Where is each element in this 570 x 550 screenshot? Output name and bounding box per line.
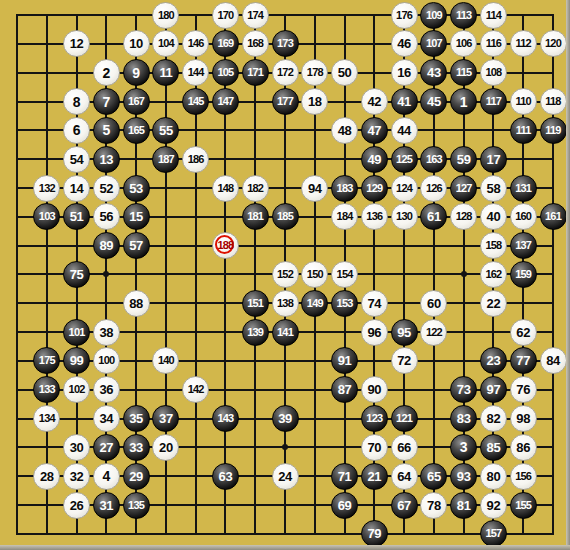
stone-140[interactable]: 140 (152, 347, 179, 374)
stone-7[interactable]: 7 (93, 88, 120, 115)
stone-53[interactable]: 53 (123, 175, 150, 202)
stone-number: 7 (102, 95, 110, 109)
stone-number: 183 (337, 183, 353, 194)
stone-number: 72 (397, 354, 411, 367)
stone-80[interactable]: 80 (480, 463, 507, 490)
stone-122[interactable]: 122 (420, 319, 447, 346)
stone-number: 37 (159, 412, 173, 425)
stone-49[interactable]: 49 (361, 146, 388, 173)
stone-number: 103 (39, 211, 55, 222)
stone-number: 127 (456, 183, 472, 194)
stone-number: 91 (338, 354, 352, 367)
stone-134[interactable]: 134 (33, 405, 60, 432)
star-point (461, 271, 467, 277)
stone-number: 157 (485, 528, 501, 539)
stone-92[interactable]: 92 (480, 492, 507, 519)
stone-number: 147 (217, 96, 233, 107)
stone-number: 184 (337, 211, 353, 222)
stone-132[interactable]: 132 (33, 175, 60, 202)
stone-number: 128 (456, 211, 472, 222)
stone-77[interactable]: 77 (510, 347, 537, 374)
stone-133[interactable]: 133 (33, 376, 60, 403)
stone-139[interactable]: 139 (242, 319, 269, 346)
stone-74[interactable]: 74 (361, 290, 388, 317)
stone-45[interactable]: 45 (420, 88, 447, 115)
stone-number: 118 (545, 96, 560, 107)
stone-number: 186 (188, 154, 204, 165)
stone-152[interactable]: 152 (272, 261, 299, 288)
stone-number: 149 (307, 298, 323, 309)
stone-number: 133 (39, 384, 55, 395)
stone-91[interactable]: 91 (331, 347, 358, 374)
stone-number: 81 (457, 499, 471, 512)
stone-76[interactable]: 76 (510, 376, 537, 403)
stone-141[interactable]: 141 (272, 319, 299, 346)
stone-number: 9 (132, 66, 140, 80)
stone-number: 151 (247, 298, 263, 309)
stone-number: 5 (102, 123, 110, 137)
stone-16[interactable]: 16 (391, 59, 418, 86)
stone-38[interactable]: 38 (93, 319, 120, 346)
stone-173[interactable]: 173 (272, 30, 299, 57)
stone-105[interactable]: 105 (212, 59, 239, 86)
stone-47[interactable]: 47 (361, 117, 388, 144)
stone-number: 62 (516, 326, 530, 339)
stone-number: 41 (397, 95, 411, 108)
stone-22[interactable]: 22 (480, 290, 507, 317)
stone-36[interactable]: 36 (93, 376, 120, 403)
stone-82[interactable]: 82 (480, 405, 507, 432)
stone-35[interactable]: 35 (123, 405, 150, 432)
stone-number: 122 (426, 327, 442, 338)
window-border-bottom (0, 545, 570, 550)
stone-number: 17 (487, 153, 501, 166)
stone-135[interactable]: 135 (123, 492, 150, 519)
stone-number: 117 (486, 96, 501, 107)
stone-20[interactable]: 20 (152, 434, 179, 461)
stone-11[interactable]: 11 (152, 59, 179, 86)
stone-number: 73 (457, 383, 471, 396)
stone-number: 144 (188, 67, 204, 78)
stone-number: 57 (129, 239, 143, 252)
stone-number: 182 (247, 183, 263, 194)
stone-6[interactable]: 6 (63, 117, 90, 144)
stone-120[interactable]: 120 (540, 30, 567, 57)
stone-85[interactable]: 85 (480, 434, 507, 461)
stone-number: 29 (129, 470, 143, 483)
stone-100[interactable]: 100 (93, 347, 120, 374)
stone-161[interactable]: 161 (540, 203, 567, 230)
stone-5[interactable]: 5 (93, 117, 120, 144)
stone-number: 52 (99, 182, 113, 195)
stone-159[interactable]: 159 (510, 261, 537, 288)
stone-number: 24 (278, 470, 292, 483)
stone-124[interactable]: 124 (391, 175, 418, 202)
stone-27[interactable]: 27 (93, 434, 120, 461)
stone-40[interactable]: 40 (480, 203, 507, 230)
stone-99[interactable]: 99 (63, 347, 90, 374)
stone-111[interactable]: 111 (510, 117, 537, 144)
stone-number: 47 (367, 124, 381, 137)
stone-171[interactable]: 171 (242, 59, 269, 86)
stone-131[interactable]: 131 (510, 175, 537, 202)
stone-128[interactable]: 128 (450, 203, 477, 230)
stone-number: 43 (427, 66, 441, 79)
stone-146[interactable]: 146 (182, 30, 209, 57)
stone-number: 124 (396, 183, 412, 194)
stone-number: 126 (426, 183, 442, 194)
stone-number: 181 (247, 211, 263, 222)
stone-180[interactable]: 180 (152, 2, 179, 29)
stone-28[interactable]: 28 (33, 463, 60, 490)
stone-8[interactable]: 8 (63, 88, 90, 115)
stone-183[interactable]: 183 (331, 175, 358, 202)
stone-2[interactable]: 2 (93, 59, 120, 86)
stone-number: 132 (39, 183, 55, 194)
stone-number: 94 (308, 182, 322, 195)
stone-175[interactable]: 175 (33, 347, 60, 374)
stone-number: 123 (366, 413, 382, 424)
stone-number: 12 (70, 37, 84, 50)
stone-9[interactable]: 9 (123, 59, 150, 86)
stone-153[interactable]: 153 (331, 290, 358, 317)
stone-188[interactable]: 188 (212, 232, 239, 259)
stone-number: 105 (217, 67, 233, 78)
stone-144[interactable]: 144 (182, 59, 209, 86)
stone-number: 121 (396, 413, 412, 424)
stone-84[interactable]: 84 (540, 347, 567, 374)
stone-number: 86 (516, 441, 530, 454)
stone-156[interactable]: 156 (510, 463, 537, 490)
stone-number: 116 (486, 38, 501, 49)
stone-number: 96 (367, 326, 381, 339)
stone-number: 172 (277, 67, 293, 78)
stone-number: 58 (487, 182, 501, 195)
stone-3[interactable]: 3 (450, 434, 477, 461)
stone-number: 49 (367, 153, 381, 166)
stone-51[interactable]: 51 (63, 203, 90, 230)
stone-number: 141 (277, 327, 293, 338)
stone-145[interactable]: 145 (182, 88, 209, 115)
stone-102[interactable]: 102 (63, 376, 90, 403)
stone-18[interactable]: 18 (301, 88, 328, 115)
stone-165[interactable]: 165 (123, 117, 150, 144)
stone-number: 130 (396, 211, 412, 222)
stone-93[interactable]: 93 (450, 463, 477, 490)
stone-151[interactable]: 151 (242, 290, 269, 317)
stone-number: 83 (457, 412, 471, 425)
stone-number: 31 (99, 499, 113, 512)
stone-127[interactable]: 127 (450, 175, 477, 202)
stone-126[interactable]: 126 (420, 175, 447, 202)
stone-number: 188 (217, 240, 233, 251)
stone-number: 153 (337, 298, 353, 309)
stone-31[interactable]: 31 (93, 492, 120, 519)
stone-number: 67 (397, 499, 411, 512)
stone-104[interactable]: 104 (152, 30, 179, 57)
stone-number: 26 (70, 499, 84, 512)
stone-56[interactable]: 56 (93, 203, 120, 230)
stone-119[interactable]: 119 (540, 117, 567, 144)
stone-4[interactable]: 4 (93, 463, 120, 490)
stone-42[interactable]: 42 (361, 88, 388, 115)
stone-number: 2 (102, 66, 110, 80)
stone-103[interactable]: 103 (33, 203, 60, 230)
stone-129[interactable]: 129 (361, 175, 388, 202)
stone-number: 55 (159, 124, 173, 137)
stone-172[interactable]: 172 (272, 59, 299, 86)
stone-number: 185 (277, 211, 293, 222)
stone-number: 135 (128, 500, 144, 511)
stone-78[interactable]: 78 (420, 492, 447, 519)
stone-66[interactable]: 66 (391, 434, 418, 461)
stone-number: 89 (99, 239, 113, 252)
stone-30[interactable]: 30 (63, 434, 90, 461)
stone-number: 15 (129, 210, 143, 223)
grid-line-horizontal (16, 533, 554, 535)
stone-10[interactable]: 10 (123, 30, 150, 57)
stone-87[interactable]: 87 (331, 376, 358, 403)
stone-170[interactable]: 170 (212, 2, 239, 29)
stone-50[interactable]: 50 (331, 59, 358, 86)
stone-147[interactable]: 147 (212, 88, 239, 115)
stone-number: 74 (367, 297, 381, 310)
stone-65[interactable]: 65 (420, 463, 447, 490)
stone-64[interactable]: 64 (391, 463, 418, 490)
stone-1[interactable]: 1 (450, 88, 477, 115)
stone-94[interactable]: 94 (301, 175, 328, 202)
stone-number: 106 (456, 38, 472, 49)
stone-number: 32 (70, 470, 84, 483)
stone-158[interactable]: 158 (480, 232, 507, 259)
stone-number: 64 (397, 470, 411, 483)
stone-21[interactable]: 21 (361, 463, 388, 490)
stone-number: 63 (219, 470, 233, 483)
stone-41[interactable]: 41 (391, 88, 418, 115)
stone-number: 11 (159, 66, 172, 79)
stone-58[interactable]: 58 (480, 175, 507, 202)
stone-137[interactable]: 137 (510, 232, 537, 259)
stone-98[interactable]: 98 (510, 405, 537, 432)
stone-number: 108 (485, 67, 501, 78)
stone-29[interactable]: 29 (123, 463, 150, 490)
stone-number: 180 (158, 10, 174, 21)
stone-number: 176 (396, 10, 412, 21)
stone-12[interactable]: 12 (63, 30, 90, 57)
stone-186[interactable]: 186 (182, 146, 209, 173)
stone-number: 46 (397, 37, 411, 50)
stone-39[interactable]: 39 (272, 405, 299, 432)
stone-44[interactable]: 44 (391, 117, 418, 144)
stone-157[interactable]: 157 (480, 520, 507, 547)
stone-number: 40 (487, 210, 501, 223)
stone-187[interactable]: 187 (152, 146, 179, 173)
stone-34[interactable]: 34 (93, 405, 120, 432)
stone-number: 88 (129, 297, 143, 310)
stone-79[interactable]: 79 (361, 520, 388, 547)
stone-number: 56 (99, 210, 113, 223)
stone-number: 139 (247, 327, 263, 338)
stone-number: 51 (70, 210, 84, 223)
stone-number: 114 (486, 10, 501, 21)
stone-169[interactable]: 169 (212, 30, 239, 57)
stone-number: 69 (338, 499, 352, 512)
stone-160[interactable]: 160 (510, 203, 537, 230)
stone-108[interactable]: 108 (480, 59, 507, 86)
stone-71[interactable]: 71 (331, 463, 358, 490)
stone-174[interactable]: 174 (242, 2, 269, 29)
stone-123[interactable]: 123 (361, 405, 388, 432)
stone-46[interactable]: 46 (391, 30, 418, 57)
stone-number: 65 (427, 470, 441, 483)
stone-154[interactable]: 154 (331, 261, 358, 288)
stone-number: 33 (129, 441, 143, 454)
stone-number: 34 (99, 412, 113, 425)
stone-number: 75 (70, 268, 84, 281)
stone-125[interactable]: 125 (391, 146, 418, 173)
stone-138[interactable]: 138 (272, 290, 299, 317)
stone-89[interactable]: 89 (93, 232, 120, 259)
stone-181[interactable]: 181 (242, 203, 269, 230)
stone-number: 93 (457, 470, 471, 483)
stone-number: 131 (515, 183, 531, 194)
stone-69[interactable]: 69 (331, 492, 358, 519)
stone-63[interactable]: 63 (212, 463, 239, 490)
stone-72[interactable]: 72 (391, 347, 418, 374)
stone-143[interactable]: 143 (212, 405, 239, 432)
stone-57[interactable]: 57 (123, 232, 150, 259)
stone-150[interactable]: 150 (301, 261, 328, 288)
stone-13[interactable]: 13 (93, 146, 120, 173)
stone-112[interactable]: 112 (510, 30, 537, 57)
stone-33[interactable]: 33 (123, 434, 150, 461)
stone-67[interactable]: 67 (391, 492, 418, 519)
stone-155[interactable]: 155 (510, 492, 537, 519)
stone-24[interactable]: 24 (272, 463, 299, 490)
stone-61[interactable]: 61 (420, 203, 447, 230)
stone-148[interactable]: 148 (212, 175, 239, 202)
stone-96[interactable]: 96 (361, 319, 388, 346)
stone-26[interactable]: 26 (63, 492, 90, 519)
stone-number: 156 (515, 471, 531, 482)
stone-number: 146 (188, 38, 204, 49)
stone-60[interactable]: 60 (420, 290, 447, 317)
stone-number: 165 (128, 125, 144, 136)
window-border-right (566, 0, 570, 550)
stone-142[interactable]: 142 (182, 376, 209, 403)
stone-163[interactable]: 163 (420, 146, 447, 173)
stone-59[interactable]: 59 (450, 146, 477, 173)
stone-number: 98 (516, 412, 530, 425)
stone-113[interactable]: 113 (450, 2, 477, 29)
stone-number: 143 (217, 413, 233, 424)
stone-52[interactable]: 52 (93, 175, 120, 202)
stone-43[interactable]: 43 (420, 59, 447, 86)
stone-121[interactable]: 121 (391, 405, 418, 432)
stone-90[interactable]: 90 (361, 376, 388, 403)
stone-number: 152 (277, 269, 293, 280)
stone-136[interactable]: 136 (361, 203, 388, 230)
stone-number: 27 (99, 441, 113, 454)
stone-54[interactable]: 54 (63, 146, 90, 173)
stone-number: 13 (99, 153, 113, 166)
stone-97[interactable]: 97 (480, 376, 507, 403)
stone-number: 48 (338, 124, 352, 137)
stone-number: 60 (427, 297, 441, 310)
stone-185[interactable]: 185 (272, 203, 299, 230)
stone-106[interactable]: 106 (450, 30, 477, 57)
stone-130[interactable]: 130 (391, 203, 418, 230)
stone-109[interactable]: 109 (420, 2, 447, 29)
stone-114[interactable]: 114 (480, 2, 507, 29)
stone-176[interactable]: 176 (391, 2, 418, 29)
stone-number: 187 (158, 154, 174, 165)
stone-184[interactable]: 184 (331, 203, 358, 230)
stone-number: 54 (70, 153, 84, 166)
stone-110[interactable]: 110 (510, 88, 537, 115)
stone-118[interactable]: 118 (540, 88, 567, 115)
stone-number: 170 (217, 10, 233, 21)
stone-37[interactable]: 37 (152, 405, 179, 432)
stone-101[interactable]: 101 (63, 319, 90, 346)
stone-number: 102 (69, 384, 85, 395)
stone-55[interactable]: 55 (152, 117, 179, 144)
stone-88[interactable]: 88 (123, 290, 150, 317)
stone-23[interactable]: 23 (480, 347, 507, 374)
stone-14[interactable]: 14 (63, 175, 90, 202)
stone-62[interactable]: 62 (510, 319, 537, 346)
stone-177[interactable]: 177 (272, 88, 299, 115)
stone-81[interactable]: 81 (450, 492, 477, 519)
stone-number: 82 (487, 412, 501, 425)
stone-95[interactable]: 95 (391, 319, 418, 346)
stone-number: 142 (188, 384, 204, 395)
stone-149[interactable]: 149 (301, 290, 328, 317)
stone-number: 119 (545, 125, 560, 136)
stone-86[interactable]: 86 (510, 434, 537, 461)
stone-167[interactable]: 167 (123, 88, 150, 115)
stone-168[interactable]: 168 (242, 30, 269, 57)
stone-number: 113 (456, 10, 471, 21)
stone-48[interactable]: 48 (331, 117, 358, 144)
stone-number: 21 (367, 470, 381, 483)
stone-number: 104 (158, 38, 174, 49)
stone-number: 79 (367, 527, 381, 540)
stone-number: 111 (516, 125, 531, 136)
stone-32[interactable]: 32 (63, 463, 90, 490)
stone-115[interactable]: 115 (450, 59, 477, 86)
stone-162[interactable]: 162 (480, 261, 507, 288)
stone-117[interactable]: 117 (480, 88, 507, 115)
stone-number: 97 (487, 383, 501, 396)
stone-83[interactable]: 83 (450, 405, 477, 432)
stone-number: 77 (516, 354, 530, 367)
stone-107[interactable]: 107 (420, 30, 447, 57)
stone-number: 154 (337, 269, 353, 280)
stone-number: 76 (516, 383, 530, 396)
stone-number: 45 (427, 95, 441, 108)
stone-17[interactable]: 17 (480, 146, 507, 173)
stone-70[interactable]: 70 (361, 434, 388, 461)
stone-116[interactable]: 116 (480, 30, 507, 57)
stone-178[interactable]: 178 (301, 59, 328, 86)
stone-75[interactable]: 75 (63, 261, 90, 288)
stone-182[interactable]: 182 (242, 175, 269, 202)
stone-number: 22 (487, 297, 501, 310)
stone-15[interactable]: 15 (123, 203, 150, 230)
stone-73[interactable]: 73 (450, 376, 477, 403)
stone-number: 162 (485, 269, 501, 280)
